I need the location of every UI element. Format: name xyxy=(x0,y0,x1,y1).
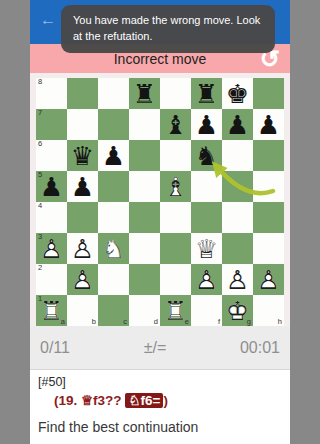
piece-outline: ♕ xyxy=(195,236,218,262)
square-g2[interactable]: ♟♙ xyxy=(222,264,253,295)
square-a8[interactable]: 8 xyxy=(36,78,67,109)
move-line-suffix: ) xyxy=(163,393,168,408)
piece-outline: ♘ xyxy=(102,236,125,262)
square-h1[interactable]: h xyxy=(253,295,284,326)
chess-board[interactable]: 8♜♜♚7♝♟♟♟6♛♟♞5♟♟♝♗43♟♙♟♙♞♘♛♕2♟♙♟♙♟♙♟♙1a♜… xyxy=(36,78,284,326)
back-arrow-icon[interactable]: ← xyxy=(40,12,56,28)
square-d6[interactable] xyxy=(129,140,160,171)
toast-text: You have made the wrong move. Look at th… xyxy=(73,14,260,42)
piece-black-pawn[interactable]: ♟ xyxy=(98,140,129,171)
square-a2[interactable]: 2 xyxy=(36,264,67,295)
toast-message: You have made the wrong move. Look at th… xyxy=(61,5,275,53)
square-c7[interactable] xyxy=(98,109,129,140)
square-f8[interactable]: ♜ xyxy=(191,78,222,109)
square-e5[interactable]: ♝♗ xyxy=(160,171,191,202)
piece-white-pawn[interactable]: ♟♙ xyxy=(36,233,67,264)
square-b6[interactable]: ♛ xyxy=(67,140,98,171)
square-a1[interactable]: 1a♜♖ xyxy=(36,295,67,326)
square-e7[interactable]: ♝ xyxy=(160,109,191,140)
square-g1[interactable]: g♚♔ xyxy=(222,295,253,326)
board-panel: 8♜♜♚7♝♟♟♟6♛♟♞5♟♟♝♗43♟♙♟♙♞♘♛♕2♟♙♟♙♟♙♟♙1a♜… xyxy=(30,73,290,326)
file-label-c: c xyxy=(123,318,127,326)
square-c8[interactable] xyxy=(98,78,129,109)
square-h7[interactable]: ♟ xyxy=(253,109,284,140)
piece-black-rook[interactable]: ♜ xyxy=(129,78,160,109)
refutation-move[interactable]: ♘f6= xyxy=(125,393,163,408)
square-g6[interactable] xyxy=(222,140,253,171)
piece-white-rook[interactable]: ♜♖ xyxy=(160,295,191,326)
piece-white-pawn[interactable]: ♟♙ xyxy=(191,264,222,295)
square-d8[interactable]: ♜ xyxy=(129,78,160,109)
square-h4[interactable] xyxy=(253,202,284,233)
piece-outline: ♖ xyxy=(164,298,187,324)
piece-black-pawn[interactable]: ♟ xyxy=(36,171,67,202)
square-h3[interactable] xyxy=(253,233,284,264)
piece-black-queen[interactable]: ♛ xyxy=(67,140,98,171)
square-d2[interactable] xyxy=(129,264,160,295)
square-h8[interactable] xyxy=(253,78,284,109)
square-b7[interactable] xyxy=(67,109,98,140)
square-f4[interactable] xyxy=(191,202,222,233)
square-g7[interactable]: ♟ xyxy=(222,109,253,140)
piece-white-queen[interactable]: ♛♕ xyxy=(191,233,222,264)
square-d1[interactable]: d xyxy=(129,295,160,326)
piece-outline: ♖ xyxy=(40,298,63,324)
square-d4[interactable] xyxy=(129,202,160,233)
square-d7[interactable] xyxy=(129,109,160,140)
square-f5[interactable] xyxy=(191,171,222,202)
square-e1[interactable]: e♜♖ xyxy=(160,295,191,326)
prompt-text: Find the best continuation xyxy=(38,419,282,435)
square-b2[interactable]: ♟♙ xyxy=(67,264,98,295)
file-label-h: h xyxy=(278,318,282,326)
piece-outline: ♙ xyxy=(71,267,94,293)
square-a6[interactable]: 6 xyxy=(36,140,67,171)
file-label-f: f xyxy=(218,318,220,326)
square-a4[interactable]: 4 xyxy=(36,202,67,233)
square-f3[interactable]: ♛♕ xyxy=(191,233,222,264)
square-c6[interactable]: ♟ xyxy=(98,140,129,171)
banner-label: Incorrect move xyxy=(114,51,207,67)
rank-label-2: 2 xyxy=(38,264,42,272)
timer: 00:01 xyxy=(240,339,280,357)
square-c4[interactable] xyxy=(98,202,129,233)
puzzle-number: [#50] xyxy=(38,375,282,389)
square-g3[interactable] xyxy=(222,233,253,264)
wrong-move-text[interactable]: (19. ♕f3?? xyxy=(54,393,125,408)
square-f6[interactable]: ♞ xyxy=(191,140,222,171)
piece-black-pawn[interactable]: ♟ xyxy=(222,109,253,140)
evaluation-indicator[interactable]: ±/= xyxy=(144,339,167,357)
progress-counter: 0/11 xyxy=(40,339,70,357)
piece-outline: ♙ xyxy=(257,267,280,293)
piece-white-king[interactable]: ♚♔ xyxy=(222,295,253,326)
rank-label-6: 6 xyxy=(38,140,42,148)
piece-white-pawn[interactable]: ♟♙ xyxy=(222,264,253,295)
file-label-d: d xyxy=(154,318,158,326)
piece-outline: ♙ xyxy=(71,236,94,262)
status-bar: 0/11 ±/= 00:01 xyxy=(30,326,290,370)
piece-outline: ♔ xyxy=(226,298,249,324)
file-label-b: b xyxy=(92,318,96,326)
square-f1[interactable]: f xyxy=(191,295,222,326)
move-line: (19. ♕f3?? ♘f6=) xyxy=(54,392,282,408)
square-b8[interactable] xyxy=(67,78,98,109)
square-d5[interactable] xyxy=(129,171,160,202)
rank-label-8: 8 xyxy=(38,78,42,86)
piece-black-king[interactable]: ♚ xyxy=(222,78,253,109)
puzzle-info: [#50] (19. ♕f3?? ♘f6=) Find the best con… xyxy=(30,370,290,435)
piece-white-pawn[interactable]: ♟♙ xyxy=(253,264,284,295)
square-e2[interactable] xyxy=(160,264,191,295)
square-b4[interactable] xyxy=(67,202,98,233)
square-h2[interactable]: ♟♙ xyxy=(253,264,284,295)
app-window: ← You have made the wrong move. Look at … xyxy=(30,0,290,444)
piece-white-knight[interactable]: ♞♘ xyxy=(98,233,129,264)
square-e6[interactable] xyxy=(160,140,191,171)
piece-white-pawn[interactable]: ♟♙ xyxy=(67,264,98,295)
square-h5[interactable] xyxy=(253,171,284,202)
square-f2[interactable]: ♟♙ xyxy=(191,264,222,295)
square-e8[interactable] xyxy=(160,78,191,109)
square-b1[interactable]: b xyxy=(67,295,98,326)
square-g5[interactable] xyxy=(222,171,253,202)
square-h6[interactable] xyxy=(253,140,284,171)
square-d3[interactable] xyxy=(129,233,160,264)
square-g8[interactable]: ♚ xyxy=(222,78,253,109)
piece-black-pawn[interactable]: ♟ xyxy=(191,109,222,140)
piece-black-rook[interactable]: ♜ xyxy=(191,78,222,109)
square-a7[interactable]: 7 xyxy=(36,109,67,140)
square-a3[interactable]: 3♟♙ xyxy=(36,233,67,264)
piece-white-rook[interactable]: ♜♖ xyxy=(36,295,67,326)
square-c3[interactable]: ♞♘ xyxy=(98,233,129,264)
square-f7[interactable]: ♟ xyxy=(191,109,222,140)
piece-outline: ♙ xyxy=(226,267,249,293)
piece-white-bishop[interactable]: ♝♗ xyxy=(160,171,191,202)
square-c5[interactable] xyxy=(98,171,129,202)
piece-outline: ♗ xyxy=(164,174,187,200)
piece-white-pawn[interactable]: ♟♙ xyxy=(67,233,98,264)
rank-label-4: 4 xyxy=(38,202,42,210)
square-a5[interactable]: 5♟ xyxy=(36,171,67,202)
square-e3[interactable] xyxy=(160,233,191,264)
square-c1[interactable]: c xyxy=(98,295,129,326)
piece-black-bishop[interactable]: ♝ xyxy=(160,109,191,140)
square-g4[interactable] xyxy=(222,202,253,233)
square-b3[interactable]: ♟♙ xyxy=(67,233,98,264)
rank-label-7: 7 xyxy=(38,109,42,117)
piece-outline: ♙ xyxy=(195,267,218,293)
square-b5[interactable]: ♟ xyxy=(67,171,98,202)
piece-black-pawn[interactable]: ♟ xyxy=(253,109,284,140)
square-c2[interactable] xyxy=(98,264,129,295)
square-e4[interactable] xyxy=(160,202,191,233)
piece-outline: ♙ xyxy=(40,236,63,262)
piece-black-pawn[interactable]: ♟ xyxy=(67,171,98,202)
piece-black-knight[interactable]: ♞ xyxy=(191,140,222,171)
